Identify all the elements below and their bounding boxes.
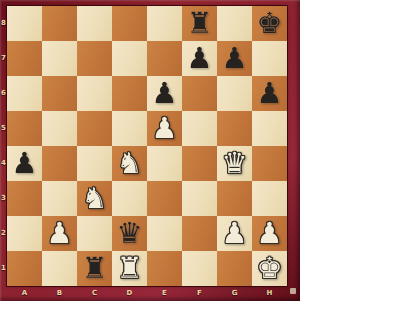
file-label-g: G xyxy=(217,288,252,298)
square-f3[interactable] xyxy=(182,181,217,216)
square-d4[interactable]: ♞ xyxy=(112,146,147,181)
frame-logo xyxy=(290,288,296,294)
square-b6[interactable] xyxy=(42,76,77,111)
square-d8[interactable] xyxy=(112,6,147,41)
rank-label-2: 2 xyxy=(0,216,7,251)
square-b8[interactable] xyxy=(42,6,77,41)
square-e6[interactable]: ♟ xyxy=(147,76,182,111)
square-g7[interactable]: ♟ xyxy=(217,41,252,76)
square-f8[interactable]: ♜ xyxy=(182,6,217,41)
square-d3[interactable] xyxy=(112,181,147,216)
square-d1[interactable]: ♜ xyxy=(112,251,147,286)
square-e7[interactable] xyxy=(147,41,182,76)
square-f6[interactable] xyxy=(182,76,217,111)
rank-label-5: 5 xyxy=(0,111,7,146)
square-f5[interactable] xyxy=(182,111,217,146)
piece-white-knight-c3[interactable]: ♞ xyxy=(82,181,108,216)
board-frame: ♜♚♟♟♟♟♟♟♞♛♞♟♛♟♟♜♜♚ 87654321ABCDEFGH xyxy=(0,0,300,301)
square-c2[interactable] xyxy=(77,216,112,251)
square-c5[interactable] xyxy=(77,111,112,146)
square-e2[interactable] xyxy=(147,216,182,251)
square-c1[interactable]: ♜ xyxy=(77,251,112,286)
square-b2[interactable]: ♟ xyxy=(42,216,77,251)
file-label-h: H xyxy=(252,288,287,298)
square-f1[interactable] xyxy=(182,251,217,286)
square-g6[interactable] xyxy=(217,76,252,111)
square-h5[interactable] xyxy=(252,111,287,146)
square-c7[interactable] xyxy=(77,41,112,76)
square-b5[interactable] xyxy=(42,111,77,146)
square-g3[interactable] xyxy=(217,181,252,216)
rank-label-3: 3 xyxy=(0,181,7,216)
square-a8[interactable] xyxy=(7,6,42,41)
rank-label-4: 4 xyxy=(0,146,7,181)
square-c4[interactable] xyxy=(77,146,112,181)
piece-white-queen-g4[interactable]: ♛ xyxy=(222,146,248,181)
square-a3[interactable] xyxy=(7,181,42,216)
piece-black-pawn-g7[interactable]: ♟ xyxy=(222,41,248,76)
square-f2[interactable] xyxy=(182,216,217,251)
piece-black-queen-d2[interactable]: ♛ xyxy=(117,216,143,251)
rank-label-6: 6 xyxy=(0,76,7,111)
square-h3[interactable] xyxy=(252,181,287,216)
piece-white-pawn-h2[interactable]: ♟ xyxy=(257,216,283,251)
square-e3[interactable] xyxy=(147,181,182,216)
square-a1[interactable] xyxy=(7,251,42,286)
square-g5[interactable] xyxy=(217,111,252,146)
square-g2[interactable]: ♟ xyxy=(217,216,252,251)
file-label-e: E xyxy=(147,288,182,298)
square-a6[interactable] xyxy=(7,76,42,111)
square-b7[interactable] xyxy=(42,41,77,76)
square-f7[interactable]: ♟ xyxy=(182,41,217,76)
square-d6[interactable] xyxy=(112,76,147,111)
piece-black-pawn-e6[interactable]: ♟ xyxy=(152,76,178,111)
square-d2[interactable]: ♛ xyxy=(112,216,147,251)
screen: ♜♚♟♟♟♟♟♟♞♛♞♟♛♟♟♜♜♚ 87654321ABCDEFGH xyxy=(0,0,414,311)
square-a5[interactable] xyxy=(7,111,42,146)
square-b3[interactable] xyxy=(42,181,77,216)
file-label-c: C xyxy=(77,288,112,298)
file-label-b: B xyxy=(42,288,77,298)
square-h1[interactable]: ♚ xyxy=(252,251,287,286)
square-g1[interactable] xyxy=(217,251,252,286)
square-h7[interactable] xyxy=(252,41,287,76)
square-e8[interactable] xyxy=(147,6,182,41)
piece-black-rook-c1[interactable]: ♜ xyxy=(82,251,108,286)
piece-black-rook-f8[interactable]: ♜ xyxy=(187,6,213,41)
file-label-a: A xyxy=(7,288,42,298)
square-b1[interactable] xyxy=(42,251,77,286)
piece-black-pawn-f7[interactable]: ♟ xyxy=(187,41,213,76)
square-a4[interactable]: ♟ xyxy=(7,146,42,181)
square-e5[interactable]: ♟ xyxy=(147,111,182,146)
square-d5[interactable] xyxy=(112,111,147,146)
piece-white-pawn-b2[interactable]: ♟ xyxy=(47,216,73,251)
square-b4[interactable] xyxy=(42,146,77,181)
piece-white-knight-d4[interactable]: ♞ xyxy=(117,146,143,181)
square-h8[interactable]: ♚ xyxy=(252,6,287,41)
square-c6[interactable] xyxy=(77,76,112,111)
rank-label-1: 1 xyxy=(0,251,7,286)
square-h2[interactable]: ♟ xyxy=(252,216,287,251)
piece-black-pawn-a4[interactable]: ♟ xyxy=(12,146,38,181)
piece-white-rook-d1[interactable]: ♜ xyxy=(117,251,143,286)
file-label-d: D xyxy=(112,288,147,298)
square-h4[interactable] xyxy=(252,146,287,181)
chess-board: ♜♚♟♟♟♟♟♟♞♛♞♟♛♟♟♜♜♚ xyxy=(7,6,287,286)
piece-white-pawn-g2[interactable]: ♟ xyxy=(222,216,248,251)
file-label-f: F xyxy=(182,288,217,298)
square-g4[interactable]: ♛ xyxy=(217,146,252,181)
rank-label-7: 7 xyxy=(0,41,7,76)
piece-white-pawn-e5[interactable]: ♟ xyxy=(152,111,178,146)
square-g8[interactable] xyxy=(217,6,252,41)
square-c8[interactable] xyxy=(77,6,112,41)
square-d7[interactable] xyxy=(112,41,147,76)
square-h6[interactable]: ♟ xyxy=(252,76,287,111)
square-a7[interactable] xyxy=(7,41,42,76)
square-e4[interactable] xyxy=(147,146,182,181)
rank-label-8: 8 xyxy=(0,6,7,41)
piece-white-king-h1[interactable]: ♚ xyxy=(257,251,283,286)
piece-black-pawn-h6[interactable]: ♟ xyxy=(257,76,283,111)
square-f4[interactable] xyxy=(182,146,217,181)
piece-black-king-h8[interactable]: ♚ xyxy=(257,6,283,41)
square-c3[interactable]: ♞ xyxy=(77,181,112,216)
square-a2[interactable] xyxy=(7,216,42,251)
square-e1[interactable] xyxy=(147,251,182,286)
